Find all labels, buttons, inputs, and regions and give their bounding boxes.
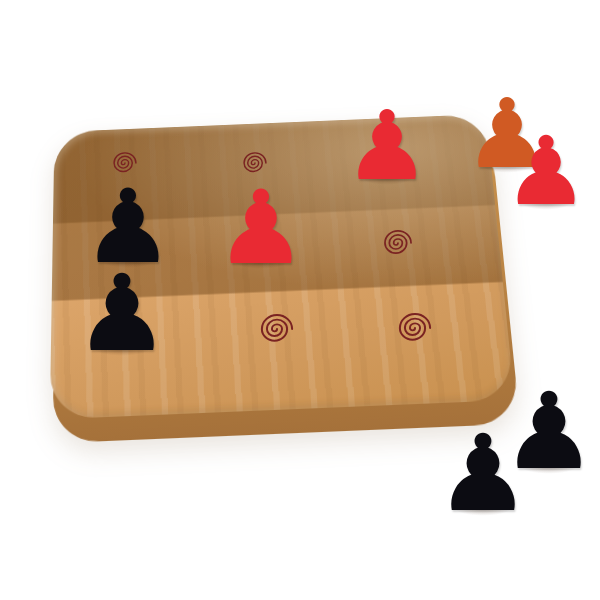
pawn-glyph: ♟	[74, 261, 169, 367]
pieces-overlay: ♟♟♟♟♟♟♟♟	[0, 0, 600, 600]
pawn-glyph: ♟	[215, 177, 306, 279]
pawn-glyph: ♟	[503, 124, 588, 219]
spiral-mark	[241, 296, 313, 363]
photo-scene: ♟♟♟♟♟♟♟♟	[0, 0, 600, 600]
spiral-mark	[379, 295, 451, 362]
spiral-mark	[367, 214, 429, 272]
pawn-glyph: ♟	[344, 98, 430, 194]
pawn-glyph: ♟	[501, 379, 596, 485]
